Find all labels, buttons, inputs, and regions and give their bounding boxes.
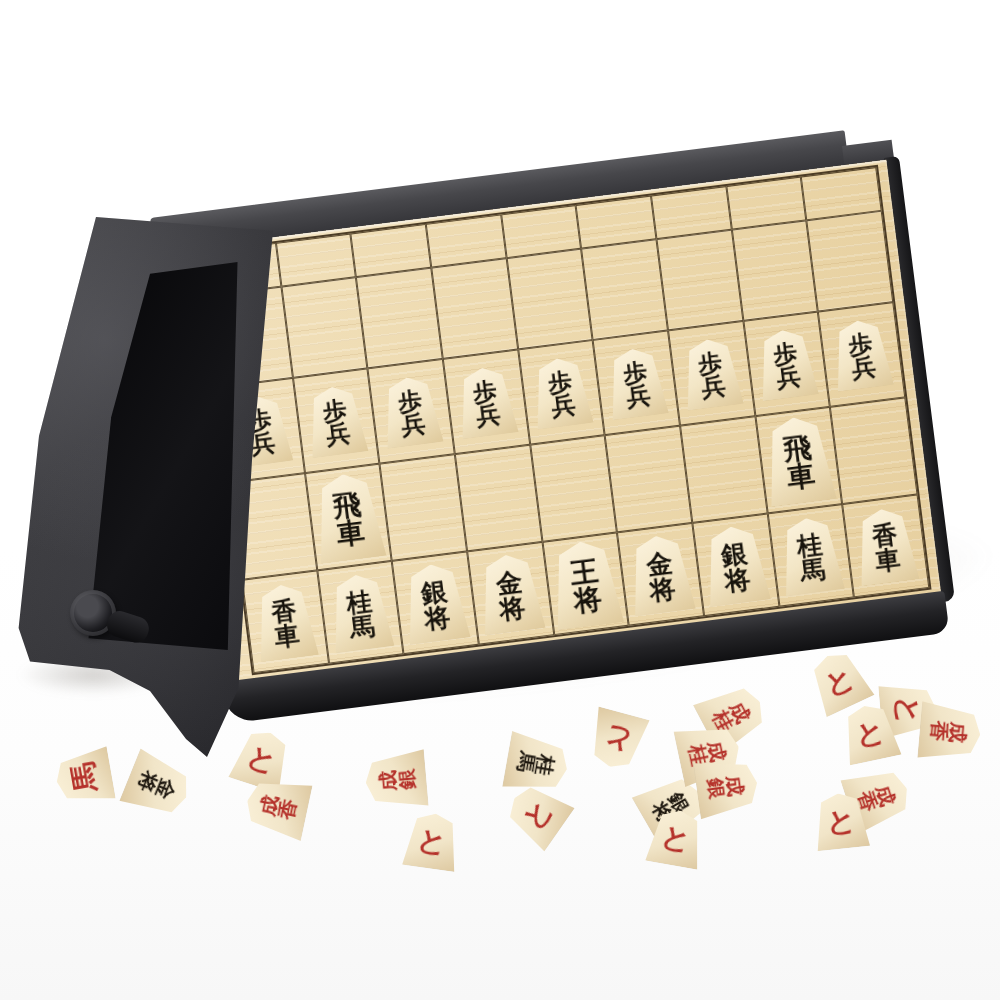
board-cell bbox=[431, 258, 518, 359]
shogi-product-photo: 歩兵歩兵歩兵歩兵歩兵歩兵歩兵歩兵歩兵飛車飛車香車桂馬銀将金将王将金将銀将桂馬香車… bbox=[0, 0, 1000, 1000]
shogi-piece: 銀将 bbox=[398, 560, 472, 645]
board-cell: 歩兵 bbox=[443, 349, 530, 454]
board-cell bbox=[581, 239, 668, 340]
piece-kanji: 馬 bbox=[514, 750, 537, 774]
loose-piece: と bbox=[498, 775, 575, 853]
piece-kanji: と bbox=[599, 723, 636, 758]
board-cell: 飛車 bbox=[305, 464, 392, 571]
board-cell bbox=[530, 435, 617, 542]
piece-kanji: 兵 bbox=[700, 374, 727, 401]
board-cell: 歩兵 bbox=[293, 368, 380, 473]
piece-kanji: 馬 bbox=[68, 760, 100, 794]
shogi-piece: 銀将 bbox=[699, 523, 773, 608]
piece-kanji: と bbox=[415, 825, 449, 857]
board-cell: 飛車 bbox=[755, 407, 842, 514]
board-cell bbox=[455, 445, 542, 552]
piece-kanji: 銀 bbox=[704, 777, 726, 800]
board-cell bbox=[732, 220, 819, 321]
piece-kanji: 兵 bbox=[625, 384, 652, 411]
shogi-piece: 歩兵 bbox=[302, 383, 370, 458]
shogi-piece: 香車 bbox=[850, 505, 921, 586]
loose-piece: 桂馬 bbox=[502, 729, 572, 799]
board-cell bbox=[281, 277, 368, 378]
piece-kanji: 車 bbox=[785, 461, 816, 492]
board-cell: 香車 bbox=[842, 494, 929, 597]
loose-piece: 成香 bbox=[917, 699, 983, 764]
piece-kanji: 兵 bbox=[775, 365, 802, 392]
piece-kanji: 兵 bbox=[400, 412, 427, 439]
piece-kanji: 香 bbox=[928, 720, 949, 743]
piece-kanji: 兵 bbox=[850, 355, 877, 382]
piece-kanji: 将 bbox=[723, 566, 752, 595]
piece-kanji: 銀 bbox=[397, 768, 418, 791]
loose-piece: と bbox=[400, 810, 463, 872]
board-cell: 歩兵 bbox=[743, 312, 830, 417]
loose-piece: 馬 bbox=[52, 745, 116, 810]
board-cell: 歩兵 bbox=[668, 321, 755, 426]
board-cell: 歩兵 bbox=[518, 340, 605, 445]
shogi-piece: 歩兵 bbox=[753, 326, 821, 401]
piece-kanji: 香 bbox=[277, 797, 300, 822]
piece-kanji: 将 bbox=[572, 585, 603, 616]
board-cell bbox=[356, 268, 443, 369]
loose-piece: 金将 bbox=[119, 747, 198, 825]
shogi-piece: 飛車 bbox=[759, 413, 839, 507]
board-cell: 銀将 bbox=[692, 513, 779, 616]
piece-kanji: と bbox=[819, 662, 858, 700]
shogi-piece: 歩兵 bbox=[452, 364, 520, 439]
board-cell: 歩兵 bbox=[593, 330, 680, 435]
board-cell bbox=[680, 416, 767, 523]
board-cell: 王将 bbox=[542, 532, 629, 635]
board-cell bbox=[605, 426, 692, 533]
piece-kanji: と bbox=[852, 716, 888, 749]
board-cell: 桂馬 bbox=[767, 504, 854, 607]
shogi-piece: 歩兵 bbox=[678, 336, 746, 411]
shogi-piece: 桂馬 bbox=[324, 571, 396, 653]
board-cell: 歩兵 bbox=[368, 359, 455, 464]
board-cell: 金将 bbox=[617, 523, 704, 626]
shogi-piece: 桂馬 bbox=[775, 514, 847, 596]
piece-kanji: と bbox=[243, 741, 281, 777]
board-cell bbox=[830, 397, 917, 504]
board-cell bbox=[807, 211, 894, 312]
piece-kanji: と bbox=[824, 806, 857, 837]
board-cell bbox=[380, 454, 467, 561]
piece-kanji: 将 bbox=[648, 575, 677, 604]
piece-kanji: 将 bbox=[498, 594, 527, 623]
piece-kanji: 将 bbox=[423, 604, 452, 633]
shogi-piece: 飛車 bbox=[308, 470, 388, 564]
board-cell: 銀将 bbox=[392, 551, 479, 654]
board-cell: 歩兵 bbox=[818, 302, 905, 407]
piece-kanji: 馬 bbox=[799, 556, 827, 584]
shogi-piece: 王将 bbox=[545, 537, 626, 630]
piece-kanji: 兵 bbox=[550, 393, 577, 420]
loose-piece: と bbox=[583, 706, 651, 774]
board-cell: 桂馬 bbox=[317, 561, 404, 664]
board-cell: 香車 bbox=[242, 570, 329, 673]
shogi-piece: 歩兵 bbox=[527, 355, 595, 430]
piece-kanji: と bbox=[893, 693, 923, 726]
piece-kanji: 馬 bbox=[348, 613, 376, 641]
shogi-piece: 金将 bbox=[624, 532, 698, 617]
shogi-piece: 歩兵 bbox=[828, 317, 896, 392]
board-cell bbox=[506, 249, 593, 350]
shogi-piece: 歩兵 bbox=[377, 374, 445, 449]
loose-piece: 成銀 bbox=[363, 747, 429, 812]
piece-kanji: 兵 bbox=[475, 403, 502, 430]
piece-kanji: 車 bbox=[273, 623, 301, 651]
piece-kanji: と bbox=[658, 822, 693, 855]
shogi-piece: 香車 bbox=[250, 581, 321, 662]
shogi-piece: 金将 bbox=[473, 551, 547, 636]
board-cell: 金将 bbox=[467, 542, 554, 645]
piece-kanji: 兵 bbox=[325, 422, 352, 449]
piece-kanji: 車 bbox=[874, 547, 902, 575]
piece-kanji: と bbox=[517, 794, 557, 835]
loose-piece: と bbox=[227, 724, 297, 794]
board-grid: 歩兵歩兵歩兵歩兵歩兵歩兵歩兵歩兵歩兵飛車飛車香車桂馬銀将金将王将金将銀将桂馬香車 bbox=[198, 165, 931, 675]
board-cell bbox=[656, 230, 743, 331]
shogi-piece: 歩兵 bbox=[602, 345, 670, 420]
piece-kanji: 車 bbox=[335, 518, 366, 549]
